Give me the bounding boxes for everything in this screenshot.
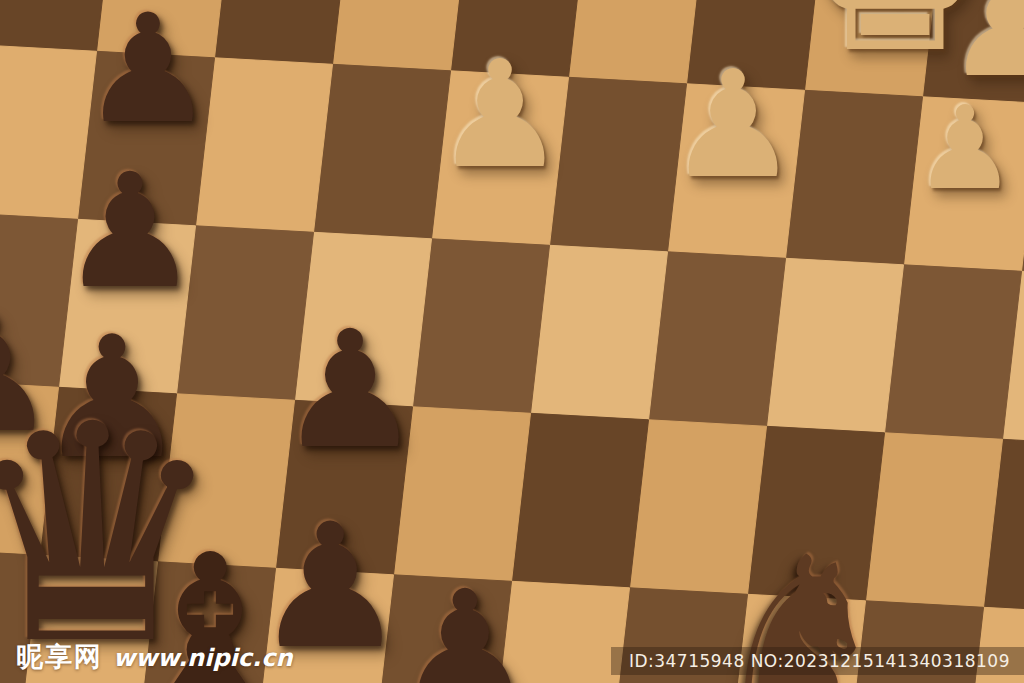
piece-black-pawn-f6[interactable]: ♟ bbox=[277, 309, 422, 471]
watermark-nipic: 昵享网 www.nipic.cn bbox=[16, 639, 292, 675]
piece-white-pawn-a4[interactable]: ♟ bbox=[913, 91, 1016, 206]
board-square-dark[interactable] bbox=[413, 239, 550, 413]
chessboard-photo: ♚♟♟♟♟♟♟♟♟♟♛♟♞♟♝ 昵享网 www.nipic.cn ID:3471… bbox=[0, 0, 1024, 683]
board-square-light[interactable] bbox=[767, 258, 904, 433]
nipic-logo: 昵享网 bbox=[16, 639, 103, 675]
piece-black-pawn-h4[interactable]: ♟ bbox=[81, 0, 215, 144]
board-square-light[interactable] bbox=[196, 58, 333, 233]
board-square-dark[interactable] bbox=[786, 90, 923, 264]
board-square-dark[interactable] bbox=[885, 265, 1022, 440]
board-square-dark[interactable] bbox=[649, 252, 786, 426]
nipic-url: www.nipic.cn bbox=[113, 644, 292, 672]
piece-white-pawn-c4[interactable]: ♟ bbox=[667, 51, 800, 199]
piece-white-pawn-e4[interactable]: ♟ bbox=[434, 41, 567, 189]
piece-black-pawn-e7[interactable]: ♟ bbox=[396, 570, 535, 683]
board-square-dark[interactable] bbox=[314, 64, 451, 239]
piece-black-pawn-h5[interactable]: ♟ bbox=[59, 152, 201, 310]
board-square-dark[interactable] bbox=[215, 0, 352, 64]
image-id-watermark: ID:34715948 NO:20231215141340318109 bbox=[611, 647, 1024, 675]
board-square-light[interactable] bbox=[531, 245, 668, 419]
